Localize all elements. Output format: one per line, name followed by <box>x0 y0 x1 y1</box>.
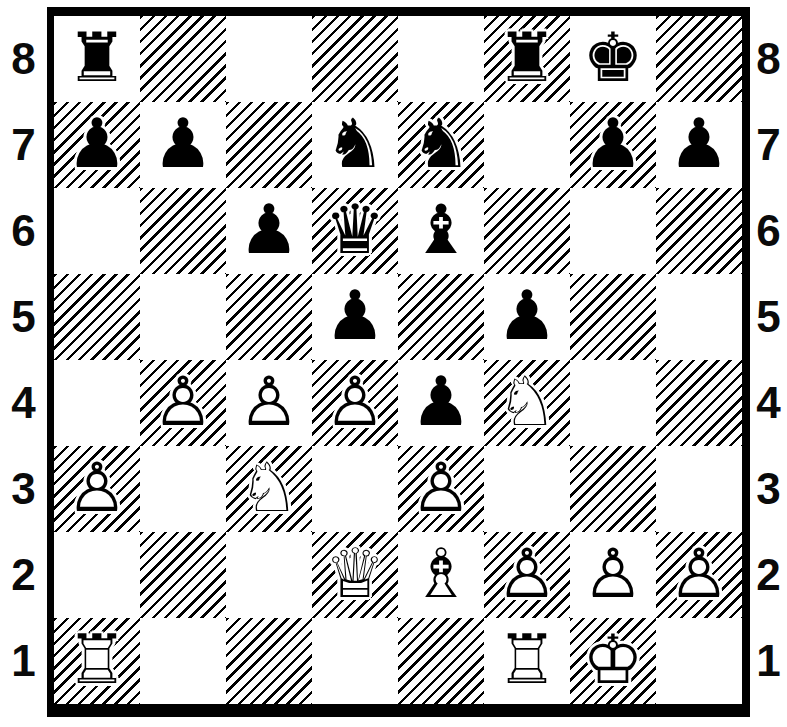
rank-label-right-8: 8 <box>756 16 780 102</box>
square-b6[interactable] <box>140 188 226 274</box>
square-d7[interactable]: ♞♞ <box>312 102 398 188</box>
square-a7[interactable]: ♟♟ <box>54 102 140 188</box>
rank-label-left-5: 5 <box>11 274 35 360</box>
white-pawn-icon: ♙ <box>54 446 140 532</box>
black-pawn-icon: ♟ <box>140 102 226 188</box>
square-g1[interactable]: ♚♔ <box>570 618 656 704</box>
white-queen-icon: ♕ <box>312 532 398 618</box>
square-e5[interactable] <box>398 274 484 360</box>
piece-white-knight-f4: ♞♘ <box>484 360 570 446</box>
black-bishop-icon: ♝ <box>398 188 484 274</box>
square-f5[interactable]: ♟♟ <box>484 274 570 360</box>
black-pawn-icon: ♟ <box>656 102 742 188</box>
square-c5[interactable] <box>226 274 312 360</box>
square-c1[interactable] <box>226 618 312 704</box>
piece-white-king-g1: ♚♔ <box>570 618 656 704</box>
rank-label-left-1: 1 <box>11 618 35 704</box>
square-c8[interactable] <box>226 16 312 102</box>
white-king-icon: ♔ <box>570 618 656 704</box>
square-a2[interactable] <box>54 532 140 618</box>
square-g3[interactable] <box>570 446 656 532</box>
piece-white-pawn-b4: ♟♙ <box>140 360 226 446</box>
square-a3[interactable]: ♟♙ <box>54 446 140 532</box>
rank-label-right-5: 5 <box>756 274 780 360</box>
square-h4[interactable] <box>656 360 742 446</box>
piece-black-pawn-g7: ♟♟ <box>570 102 656 188</box>
square-b2[interactable] <box>140 532 226 618</box>
square-f1[interactable]: ♜♖ <box>484 618 570 704</box>
square-f3[interactable] <box>484 446 570 532</box>
square-g2[interactable]: ♟♙ <box>570 532 656 618</box>
piece-white-knight-c3: ♞♘ <box>226 446 312 532</box>
piece-black-pawn-a7: ♟♟ <box>54 102 140 188</box>
square-d5[interactable]: ♟♟ <box>312 274 398 360</box>
square-c7[interactable] <box>226 102 312 188</box>
square-c2[interactable] <box>226 532 312 618</box>
rank-label-left-4: 4 <box>11 360 35 446</box>
square-a5[interactable] <box>54 274 140 360</box>
white-rook-icon: ♖ <box>484 618 570 704</box>
rank-labels-left: 87654321 <box>0 0 47 704</box>
black-pawn-icon: ♟ <box>398 360 484 446</box>
rank-label-right-4: 4 <box>756 360 780 446</box>
black-queen-icon: ♛ <box>312 188 398 274</box>
rank-label-left-7: 7 <box>11 102 35 188</box>
square-a8[interactable]: ♜♜ <box>54 16 140 102</box>
square-e3[interactable]: ♟♙ <box>398 446 484 532</box>
square-b1[interactable] <box>140 618 226 704</box>
rank-label-left-6: 6 <box>11 188 35 274</box>
square-h6[interactable] <box>656 188 742 274</box>
square-f4[interactable]: ♞♘ <box>484 360 570 446</box>
piece-white-pawn-h2: ♟♙ <box>656 532 742 618</box>
square-b3[interactable] <box>140 446 226 532</box>
square-g5[interactable] <box>570 274 656 360</box>
white-pawn-icon: ♙ <box>570 532 656 618</box>
square-f7[interactable] <box>484 102 570 188</box>
square-d3[interactable] <box>312 446 398 532</box>
white-pawn-icon: ♙ <box>656 532 742 618</box>
rank-label-right-6: 6 <box>756 188 780 274</box>
square-g4[interactable] <box>570 360 656 446</box>
square-d1[interactable] <box>312 618 398 704</box>
piece-black-pawn-b7: ♟♟ <box>140 102 226 188</box>
square-e7[interactable]: ♞♞ <box>398 102 484 188</box>
square-e6[interactable]: ♝♝ <box>398 188 484 274</box>
square-g6[interactable] <box>570 188 656 274</box>
square-f2[interactable]: ♟♙ <box>484 532 570 618</box>
piece-black-rook-a8: ♜♜ <box>54 16 140 102</box>
black-pawn-icon: ♟ <box>226 188 312 274</box>
black-pawn-icon: ♟ <box>54 102 140 188</box>
white-bishop-icon: ♗ <box>398 532 484 618</box>
piece-black-rook-f8: ♜♜ <box>484 16 570 102</box>
square-b5[interactable] <box>140 274 226 360</box>
piece-white-pawn-a3: ♟♙ <box>54 446 140 532</box>
square-h1[interactable] <box>656 618 742 704</box>
piece-white-pawn-d4: ♟♙ <box>312 360 398 446</box>
black-rook-icon: ♜ <box>484 16 570 102</box>
square-g8[interactable]: ♚♚ <box>570 16 656 102</box>
rank-label-right-1: 1 <box>756 618 780 704</box>
black-king-icon: ♚ <box>570 16 656 102</box>
rank-label-right-2: 2 <box>756 532 780 618</box>
white-pawn-icon: ♙ <box>398 446 484 532</box>
white-knight-icon: ♘ <box>226 446 312 532</box>
square-e1[interactable] <box>398 618 484 704</box>
white-pawn-icon: ♙ <box>140 360 226 446</box>
black-pawn-icon: ♟ <box>312 274 398 360</box>
rank-label-left-2: 2 <box>11 532 35 618</box>
square-h2[interactable]: ♟♙ <box>656 532 742 618</box>
white-pawn-icon: ♙ <box>484 532 570 618</box>
rank-label-right-7: 7 <box>756 102 780 188</box>
white-pawn-icon: ♙ <box>312 360 398 446</box>
piece-black-pawn-c6: ♟♟ <box>226 188 312 274</box>
piece-black-pawn-f5: ♟♟ <box>484 274 570 360</box>
square-b4[interactable]: ♟♙ <box>140 360 226 446</box>
square-d2[interactable]: ♛♕ <box>312 532 398 618</box>
square-a4[interactable] <box>54 360 140 446</box>
square-c4[interactable]: ♟♙ <box>226 360 312 446</box>
square-d6[interactable]: ♛♛ <box>312 188 398 274</box>
rank-label-left-3: 3 <box>11 446 35 532</box>
piece-white-pawn-c4: ♟♙ <box>226 360 312 446</box>
piece-black-pawn-d5: ♟♟ <box>312 274 398 360</box>
white-knight-icon: ♘ <box>484 360 570 446</box>
square-f8[interactable]: ♜♜ <box>484 16 570 102</box>
square-a1[interactable]: ♜♖ <box>54 618 140 704</box>
rank-labels-right: 87654321 <box>750 0 787 704</box>
board-frame: ♜♜♜♜♚♚♟♟♟♟♞♞♞♞♟♟♟♟♟♟♛♛♝♝♟♟♟♟♟♙♟♙♟♙♟♟♞♘♟♙… <box>47 7 750 717</box>
square-h3[interactable] <box>656 446 742 532</box>
piece-white-rook-f1: ♜♖ <box>484 618 570 704</box>
black-knight-icon: ♞ <box>398 102 484 188</box>
square-e8[interactable] <box>398 16 484 102</box>
piece-white-bishop-e2: ♝♗ <box>398 532 484 618</box>
square-h7[interactable]: ♟♟ <box>656 102 742 188</box>
piece-white-pawn-g2: ♟♙ <box>570 532 656 618</box>
square-f6[interactable] <box>484 188 570 274</box>
piece-black-knight-e7: ♞♞ <box>398 102 484 188</box>
piece-white-pawn-e3: ♟♙ <box>398 446 484 532</box>
square-h5[interactable] <box>656 274 742 360</box>
square-h8[interactable] <box>656 16 742 102</box>
square-c3[interactable]: ♞♘ <box>226 446 312 532</box>
black-pawn-icon: ♟ <box>484 274 570 360</box>
chess-diagram: 87654321 ♜♜♜♜♚♚♟♟♟♟♞♞♞♞♟♟♟♟♟♟♛♛♝♝♟♟♟♟♟♙♟… <box>0 0 787 727</box>
piece-black-bishop-e6: ♝♝ <box>398 188 484 274</box>
piece-black-knight-d7: ♞♞ <box>312 102 398 188</box>
piece-black-king-g8: ♚♚ <box>570 16 656 102</box>
piece-white-queen-d2: ♛♕ <box>312 532 398 618</box>
square-b8[interactable] <box>140 16 226 102</box>
piece-white-pawn-f2: ♟♙ <box>484 532 570 618</box>
piece-black-pawn-h7: ♟♟ <box>656 102 742 188</box>
white-pawn-icon: ♙ <box>226 360 312 446</box>
black-pawn-icon: ♟ <box>570 102 656 188</box>
rank-label-left-8: 8 <box>11 16 35 102</box>
square-c6[interactable]: ♟♟ <box>226 188 312 274</box>
square-d8[interactable] <box>312 16 398 102</box>
square-g7[interactable]: ♟♟ <box>570 102 656 188</box>
black-knight-icon: ♞ <box>312 102 398 188</box>
square-b7[interactable]: ♟♟ <box>140 102 226 188</box>
chess-board: ♜♜♜♜♚♚♟♟♟♟♞♞♞♞♟♟♟♟♟♟♛♛♝♝♟♟♟♟♟♙♟♙♟♙♟♟♞♘♟♙… <box>54 16 742 704</box>
square-d4[interactable]: ♟♙ <box>312 360 398 446</box>
piece-black-pawn-e4: ♟♟ <box>398 360 484 446</box>
piece-white-rook-a1: ♜♖ <box>54 618 140 704</box>
square-e2[interactable]: ♝♗ <box>398 532 484 618</box>
rank-label-right-3: 3 <box>756 446 780 532</box>
piece-black-queen-d6: ♛♛ <box>312 188 398 274</box>
square-a6[interactable] <box>54 188 140 274</box>
white-rook-icon: ♖ <box>54 618 140 704</box>
black-rook-icon: ♜ <box>54 16 140 102</box>
square-e4[interactable]: ♟♟ <box>398 360 484 446</box>
